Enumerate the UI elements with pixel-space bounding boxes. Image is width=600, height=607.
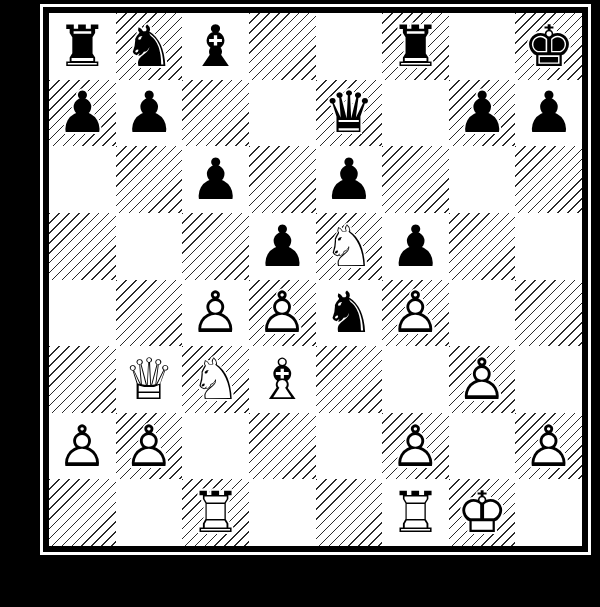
black-piece-glyph: ♚ — [523, 18, 574, 75]
white-piece-outline: ♙ — [257, 284, 308, 341]
square-a6[interactable] — [49, 146, 116, 213]
black-piece-glyph: ♟ — [257, 218, 308, 275]
square-f6[interactable] — [382, 146, 449, 213]
black-piece-glyph: ♛ — [323, 84, 374, 141]
square-c1[interactable]: ♜♖ — [182, 479, 249, 546]
square-h3[interactable] — [515, 346, 582, 413]
square-c3[interactable]: ♞♘ — [182, 346, 249, 413]
piece-black-rook[interactable]: ♜ — [382, 13, 449, 80]
black-piece-glyph: ♟ — [523, 84, 574, 141]
square-g5[interactable] — [449, 213, 516, 280]
piece-black-pawn[interactable]: ♟ — [249, 213, 316, 280]
square-a3[interactable] — [49, 346, 116, 413]
black-piece-glyph: ♜ — [57, 18, 108, 75]
piece-white-queen[interactable]: ♛♕ — [116, 346, 183, 413]
square-e5[interactable]: ♞♘ — [316, 213, 383, 280]
black-piece-glyph: ♞ — [323, 284, 374, 341]
square-d5[interactable]: ♟ — [249, 213, 316, 280]
square-g8[interactable] — [449, 13, 516, 80]
piece-white-rook[interactable]: ♜♖ — [382, 479, 449, 546]
piece-white-king[interactable]: ♚♔ — [449, 479, 516, 546]
square-a7[interactable]: ♟ — [49, 80, 116, 147]
piece-black-queen[interactable]: ♛ — [316, 80, 383, 147]
square-a4[interactable] — [49, 280, 116, 347]
white-piece-outline: ♙ — [390, 418, 441, 475]
piece-black-pawn[interactable]: ♟ — [49, 80, 116, 147]
square-h2[interactable]: ♟♙ — [515, 413, 582, 480]
black-piece-glyph: ♝ — [190, 18, 241, 75]
black-piece-glyph: ♟ — [123, 84, 174, 141]
piece-white-knight[interactable]: ♞♘ — [182, 346, 249, 413]
square-c5[interactable] — [182, 213, 249, 280]
square-d6[interactable] — [249, 146, 316, 213]
square-b7[interactable]: ♟ — [116, 80, 183, 147]
white-piece-outline: ♙ — [390, 284, 441, 341]
square-b5[interactable] — [116, 213, 183, 280]
square-h1[interactable] — [515, 479, 582, 546]
square-f2[interactable]: ♟♙ — [382, 413, 449, 480]
square-g2[interactable] — [449, 413, 516, 480]
square-d4[interactable]: ♟♙ — [249, 280, 316, 347]
square-e3[interactable] — [316, 346, 383, 413]
square-e2[interactable] — [316, 413, 383, 480]
white-piece-outline: ♗ — [257, 351, 308, 408]
piece-white-pawn[interactable]: ♟♙ — [449, 346, 516, 413]
square-e8[interactable] — [316, 13, 383, 80]
square-e4[interactable]: ♞ — [316, 280, 383, 347]
piece-black-king[interactable]: ♚ — [515, 13, 582, 80]
square-e6[interactable]: ♟ — [316, 146, 383, 213]
square-d7[interactable] — [249, 80, 316, 147]
square-d1[interactable] — [249, 479, 316, 546]
square-b2[interactable]: ♟♙ — [116, 413, 183, 480]
square-g3[interactable]: ♟♙ — [449, 346, 516, 413]
square-f3[interactable] — [382, 346, 449, 413]
square-c2[interactable] — [182, 413, 249, 480]
black-piece-glyph: ♞ — [123, 18, 174, 75]
square-b8[interactable]: ♞ — [116, 13, 183, 80]
black-piece-glyph: ♟ — [323, 151, 374, 208]
square-f8[interactable]: ♜ — [382, 13, 449, 80]
black-piece-glyph: ♟ — [57, 84, 108, 141]
square-f1[interactable]: ♜♖ — [382, 479, 449, 546]
white-piece-outline: ♙ — [523, 418, 574, 475]
piece-white-pawn[interactable]: ♟♙ — [515, 413, 582, 480]
square-e7[interactable]: ♛ — [316, 80, 383, 147]
piece-white-pawn[interactable]: ♟♙ — [116, 413, 183, 480]
chess-board: ♜♞♝♜♚♟♟♛♟♟♟♟♟♞♘♟♟♙♟♙♞♟♙♛♕♞♘♝♗♟♙♟♙♟♙♟♙♟♙♜… — [43, 7, 588, 552]
square-b4[interactable] — [116, 280, 183, 347]
piece-white-pawn[interactable]: ♟♙ — [49, 413, 116, 480]
square-g7[interactable]: ♟ — [449, 80, 516, 147]
piece-black-pawn[interactable]: ♟ — [116, 80, 183, 147]
square-d2[interactable] — [249, 413, 316, 480]
square-c6[interactable]: ♟ — [182, 146, 249, 213]
piece-black-bishop[interactable]: ♝ — [182, 13, 249, 80]
square-a8[interactable]: ♜ — [49, 13, 116, 80]
square-b3[interactable]: ♛♕ — [116, 346, 183, 413]
square-f5[interactable]: ♟ — [382, 213, 449, 280]
black-piece-glyph: ♟ — [457, 84, 508, 141]
square-b6[interactable] — [116, 146, 183, 213]
page-background: ♜♞♝♜♚♟♟♛♟♟♟♟♟♞♘♟♟♙♟♙♞♟♙♛♕♞♘♝♗♟♙♟♙♟♙♟♙♟♙♜… — [0, 0, 600, 607]
black-piece-glyph: ♜ — [390, 18, 441, 75]
piece-black-knight[interactable]: ♞ — [116, 13, 183, 80]
piece-white-pawn[interactable]: ♟♙ — [382, 280, 449, 347]
square-g1[interactable]: ♚♔ — [449, 479, 516, 546]
piece-black-pawn[interactable]: ♟ — [515, 80, 582, 147]
white-piece-outline: ♘ — [323, 218, 374, 275]
board-frame: ♜♞♝♜♚♟♟♛♟♟♟♟♟♞♘♟♟♙♟♙♞♟♙♛♕♞♘♝♗♟♙♟♙♟♙♟♙♟♙♜… — [40, 4, 591, 555]
square-c8[interactable]: ♝ — [182, 13, 249, 80]
square-f7[interactable] — [382, 80, 449, 147]
piece-black-pawn[interactable]: ♟ — [182, 146, 249, 213]
white-piece-outline: ♙ — [57, 418, 108, 475]
black-piece-glyph: ♟ — [190, 151, 241, 208]
piece-white-knight[interactable]: ♞♘ — [316, 213, 383, 280]
square-b1[interactable] — [116, 479, 183, 546]
square-g4[interactable] — [449, 280, 516, 347]
piece-white-pawn[interactable]: ♟♙ — [249, 280, 316, 347]
piece-white-rook[interactable]: ♜♖ — [182, 479, 249, 546]
square-h7[interactable]: ♟ — [515, 80, 582, 147]
white-piece-outline: ♙ — [457, 351, 508, 408]
square-d3[interactable]: ♝♗ — [249, 346, 316, 413]
square-h6[interactable] — [515, 146, 582, 213]
piece-white-pawn[interactable]: ♟♙ — [182, 280, 249, 347]
piece-white-pawn[interactable]: ♟♙ — [382, 413, 449, 480]
white-piece-outline: ♖ — [390, 484, 441, 541]
white-piece-outline: ♔ — [457, 484, 508, 541]
square-h5[interactable] — [515, 213, 582, 280]
white-piece-outline: ♖ — [190, 484, 241, 541]
piece-white-bishop[interactable]: ♝♗ — [249, 346, 316, 413]
piece-black-rook[interactable]: ♜ — [49, 13, 116, 80]
square-g6[interactable] — [449, 146, 516, 213]
piece-black-pawn[interactable]: ♟ — [449, 80, 516, 147]
piece-black-pawn[interactable]: ♟ — [316, 146, 383, 213]
piece-black-pawn[interactable]: ♟ — [382, 213, 449, 280]
square-h4[interactable] — [515, 280, 582, 347]
piece-black-knight[interactable]: ♞ — [316, 280, 383, 347]
square-a2[interactable]: ♟♙ — [49, 413, 116, 480]
white-piece-outline: ♘ — [190, 351, 241, 408]
square-a5[interactable] — [49, 213, 116, 280]
square-c4[interactable]: ♟♙ — [182, 280, 249, 347]
square-a1[interactable] — [49, 479, 116, 546]
white-piece-outline: ♙ — [123, 418, 174, 475]
square-e1[interactable] — [316, 479, 383, 546]
square-d8[interactable] — [249, 13, 316, 80]
black-piece-glyph: ♟ — [390, 218, 441, 275]
white-piece-outline: ♙ — [190, 284, 241, 341]
square-f4[interactable]: ♟♙ — [382, 280, 449, 347]
square-h8[interactable]: ♚ — [515, 13, 582, 80]
white-piece-outline: ♕ — [123, 351, 174, 408]
square-c7[interactable] — [182, 80, 249, 147]
